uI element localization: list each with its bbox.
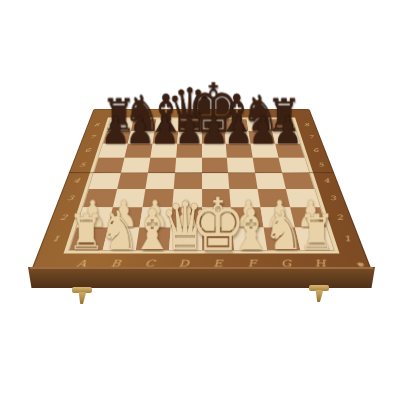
clasp-left-icon [72, 287, 92, 293]
square-b4[interactable] [117, 173, 148, 190]
square-h7[interactable]: ♟ [272, 131, 300, 144]
square-a6[interactable] [99, 144, 128, 158]
square-g5[interactable] [253, 157, 282, 172]
piece-white-rook[interactable]: ♜ [298, 208, 335, 257]
square-e6[interactable] [202, 144, 228, 158]
rank-label: 5 [69, 157, 95, 172]
square-f6[interactable] [226, 144, 253, 158]
square-h5[interactable] [279, 157, 309, 172]
square-g6[interactable] [251, 144, 279, 158]
square-g1[interactable]: ♞ [264, 228, 301, 251]
square-h4[interactable] [282, 173, 314, 190]
square-c5[interactable] [148, 157, 176, 172]
square-h6[interactable] [275, 144, 304, 158]
board-inner-margin: ♜♞♝♛♚♝♞♜♟♟♟♟♟♟♟♟♟♟♟♟♟♟♟♟♜♞♝♛♚♝♞♜ [64, 118, 340, 254]
product-photo-scene: 12345678 12345678 ABCDEFGH ♚ ♜♞♝♛♚♝♞♜♟♟♟… [0, 0, 400, 400]
square-b5[interactable] [121, 157, 150, 172]
square-h1[interactable]: ♜ [295, 228, 333, 251]
square-g7[interactable]: ♟ [249, 131, 276, 144]
square-d5[interactable] [175, 157, 202, 172]
board-frame: 12345678 12345678 ABCDEFGH ♚ ♜♞♝♛♚♝♞♜♟♟♟… [30, 109, 373, 273]
chess-board: 12345678 12345678 ABCDEFGH ♚ ♜♞♝♛♚♝♞♜♟♟♟… [30, 109, 373, 273]
square-a5[interactable] [94, 157, 124, 172]
rank-label: 5 [308, 157, 334, 172]
square-e7[interactable]: ♟ [202, 131, 227, 144]
square-e5[interactable] [202, 157, 229, 172]
square-f5[interactable] [227, 157, 255, 172]
clasp-right-icon [309, 285, 329, 291]
square-a4[interactable] [89, 173, 121, 190]
square-d7[interactable]: ♟ [177, 131, 202, 144]
square-f1[interactable]: ♝ [233, 228, 268, 251]
square-d6[interactable] [176, 144, 202, 158]
square-c4[interactable] [145, 173, 174, 190]
board-grid: ♜♞♝♛♚♝♞♜♟♟♟♟♟♟♟♟♟♟♟♟♟♟♟♟♜♞♝♛♚♝♞♜ [70, 119, 334, 250]
square-g4[interactable] [255, 173, 286, 190]
square-b6[interactable] [124, 144, 152, 158]
square-f7[interactable]: ♟ [225, 131, 251, 144]
square-c6[interactable] [150, 144, 177, 158]
